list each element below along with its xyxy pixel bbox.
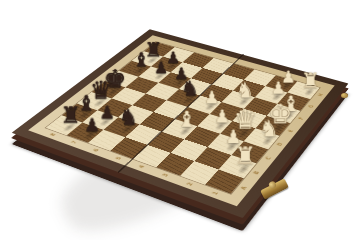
square-e6[interactable] <box>146 83 179 101</box>
piece-white-pawn[interactable]: ♟ <box>214 108 230 126</box>
piece-black-knight[interactable]: ♞ <box>181 79 200 100</box>
square-e5[interactable]: ♞ <box>167 89 201 107</box>
rank-label-5: 5 <box>111 154 124 162</box>
file-label-B: B <box>250 168 263 177</box>
piece-white-rook[interactable]: ♜ <box>234 144 256 169</box>
file-label-G: G <box>305 103 316 110</box>
piece-black-bishop[interactable]: ♝ <box>132 51 149 71</box>
walnut-frame: ♜♝♛♚♝♜♟♟♟♟♞♟♞♝♟♟♞♟♛♟♟♜♞♚♝♜ ABCDEFGH12345… <box>12 29 349 218</box>
brass-hinge-pin <box>341 93 348 98</box>
chess-board: ♜♝♛♚♝♜♟♟♟♟♞♟♞♝♟♟♞♟♛♟♟♜♞♚♝♜ ABCDEFGH12345… <box>12 29 349 218</box>
piece-white-pawn[interactable]: ♟ <box>204 90 219 107</box>
product-photo-stage: ♜♝♛♚♝♜♟♟♟♟♞♟♞♝♟♟♞♟♛♟♟♜♞♚♝♜ ABCDEFGH12345… <box>0 0 360 240</box>
file-label-H: H <box>315 92 326 99</box>
file-label-E: E <box>285 127 297 135</box>
piece-white-knight[interactable]: ♞ <box>259 118 279 140</box>
piece-black-pawn[interactable]: ♟ <box>84 117 100 135</box>
piece-white-bishop[interactable]: ♝ <box>177 109 197 131</box>
piece-white-rook[interactable]: ♜ <box>301 71 320 92</box>
piece-black-pawn[interactable]: ♟ <box>154 60 168 76</box>
file-label-D: D <box>274 140 286 148</box>
file-label-C: C <box>262 154 275 162</box>
piece-white-knight[interactable]: ♞ <box>236 81 255 102</box>
piece-black-knight[interactable]: ♞ <box>119 107 139 129</box>
piece-black-rook[interactable]: ♜ <box>60 104 81 127</box>
file-label-A: A <box>237 184 250 193</box>
piece-black-pawn[interactable]: ♟ <box>99 104 115 121</box>
file-label-F: F <box>295 115 307 122</box>
